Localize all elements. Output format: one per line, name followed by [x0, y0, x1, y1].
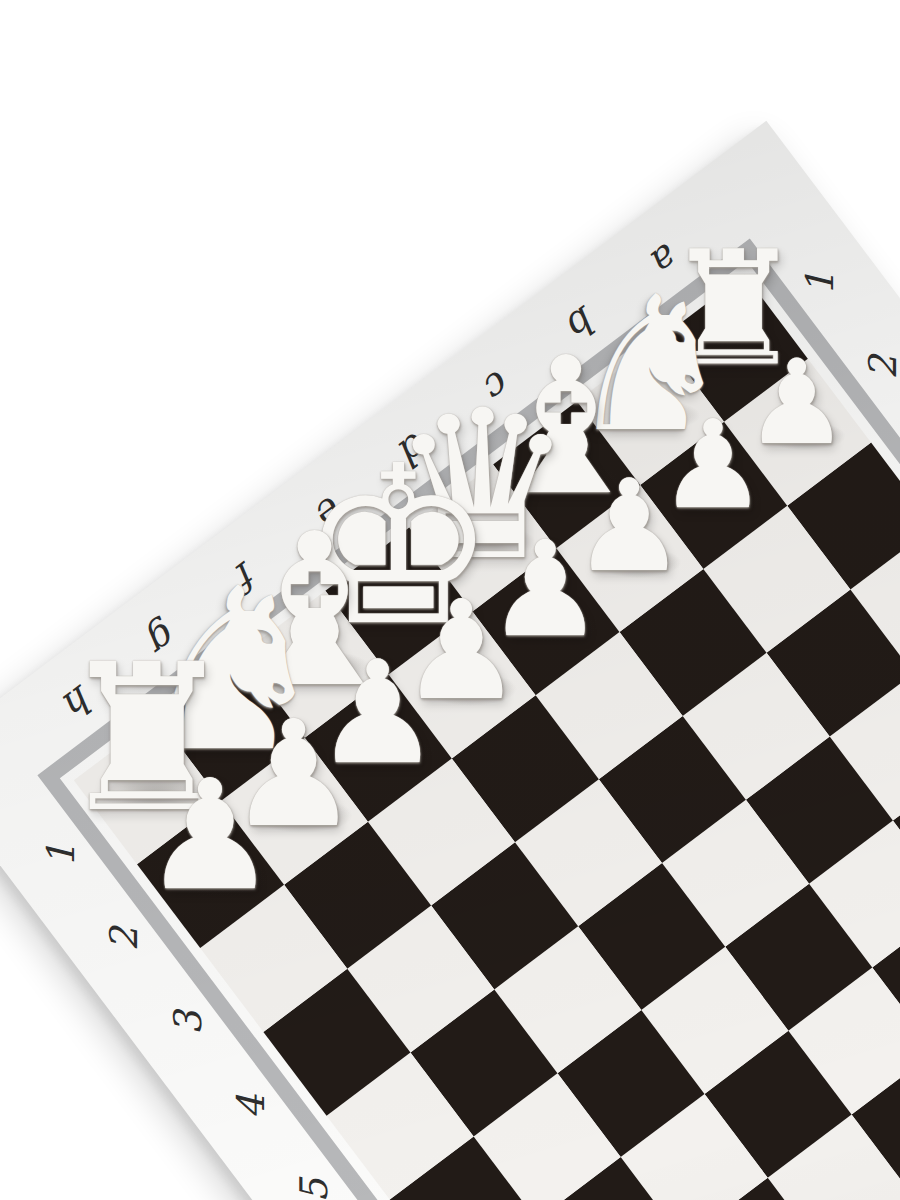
rank-label-right-4-text: 4 — [232, 1095, 270, 1119]
rank-label-left-2-text: 2 — [864, 355, 900, 379]
rank-label-right-2-text: 2 — [106, 927, 144, 951]
chess-mat: abcdefgh1122334455667788 ♜♞♝♛♚♝♞♜♟♟♟♟♟♟♟… — [0, 121, 900, 1200]
white-pawn-icon: ♟ — [142, 761, 278, 913]
rank-label-left-1-text: 1 — [801, 272, 839, 296]
rank-label-right-3-text: 3 — [169, 1011, 207, 1035]
photo-canvas: abcdefgh1122334455667788 ♜♞♝♛♚♝♞♜♟♟♟♟♟♟♟… — [0, 0, 900, 1200]
rank-label-right-5-text: 5 — [295, 1179, 333, 1200]
